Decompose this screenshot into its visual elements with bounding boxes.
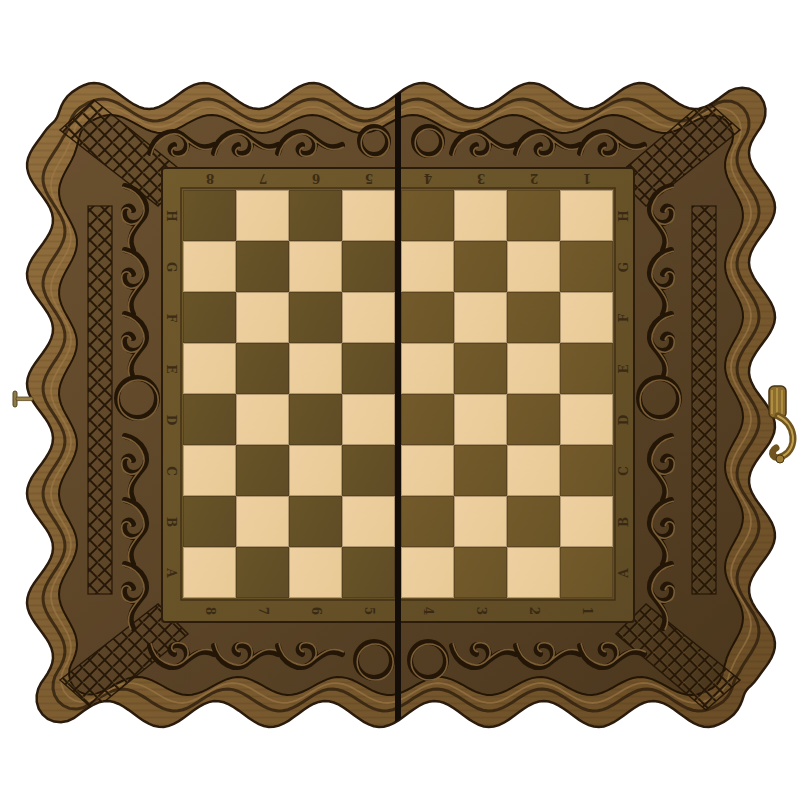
board-square — [454, 496, 507, 547]
rank-label: 7 — [256, 607, 270, 615]
board-square — [183, 394, 236, 445]
board-square — [507, 496, 560, 547]
rank-label: 2 — [529, 171, 537, 185]
file-label: E — [164, 364, 178, 373]
rank-label: 5 — [362, 607, 376, 615]
rank-label: 4 — [421, 607, 435, 615]
file-label: C — [617, 466, 631, 476]
board-square — [342, 190, 395, 241]
file-label: B — [164, 516, 178, 526]
board-square — [236, 394, 289, 445]
file-label: C — [164, 466, 178, 476]
board-square — [183, 292, 236, 343]
board-square — [401, 190, 454, 241]
board-square — [289, 547, 342, 598]
edge-lattice-strip — [692, 206, 716, 594]
file-label: A — [617, 568, 631, 577]
file-label: G — [164, 261, 178, 271]
board-square — [507, 190, 560, 241]
board-square — [289, 241, 342, 292]
board-square — [342, 496, 395, 547]
board-right-half — [401, 190, 613, 598]
board-square — [454, 343, 507, 394]
board-square — [289, 343, 342, 394]
board-square — [560, 445, 613, 496]
edge-lattice-strip — [88, 206, 112, 594]
board-square — [454, 547, 507, 598]
board-square — [236, 292, 289, 343]
board-square — [236, 343, 289, 394]
board-square — [183, 190, 236, 241]
board-square — [507, 445, 560, 496]
rank-label: 6 — [311, 171, 319, 185]
file-label: F — [617, 313, 631, 322]
board-square — [342, 445, 395, 496]
board-square — [289, 445, 342, 496]
rank-label: 3 — [474, 607, 488, 615]
rank-label: 8 — [203, 607, 217, 615]
board-square — [236, 190, 289, 241]
board-square — [454, 241, 507, 292]
board-square — [401, 496, 454, 547]
board-square — [401, 241, 454, 292]
board-square — [401, 445, 454, 496]
board-square — [560, 343, 613, 394]
rank-label: 5 — [364, 171, 372, 185]
board-square — [454, 292, 507, 343]
board-square — [236, 496, 289, 547]
board-square — [183, 241, 236, 292]
board-square — [342, 547, 395, 598]
rank-label: 2 — [527, 607, 541, 615]
board-square — [183, 343, 236, 394]
file-label: D — [164, 414, 178, 424]
board-square — [507, 547, 560, 598]
board-square — [560, 547, 613, 598]
board-square — [236, 445, 289, 496]
board-square — [289, 292, 342, 343]
rank-label: 6 — [309, 607, 323, 615]
rank-label: 1 — [580, 607, 594, 615]
file-label: G — [617, 261, 631, 271]
board-square — [401, 343, 454, 394]
product-photo: 8877665544332211HHGGFFEEDDCCBBAA — [0, 0, 800, 800]
board-square — [236, 241, 289, 292]
board-square — [342, 241, 395, 292]
file-label: D — [617, 414, 631, 424]
board-square — [560, 190, 613, 241]
board-square — [289, 190, 342, 241]
board-square — [236, 547, 289, 598]
file-label: B — [617, 516, 631, 526]
board-square — [560, 292, 613, 343]
file-label: E — [617, 364, 631, 373]
board-square — [401, 547, 454, 598]
board-square — [507, 343, 560, 394]
file-label: H — [164, 210, 178, 221]
board-square — [401, 394, 454, 445]
chess-board — [183, 190, 613, 598]
rank-label: 8 — [205, 171, 213, 185]
board-square — [342, 292, 395, 343]
board-square — [183, 547, 236, 598]
board-square — [289, 394, 342, 445]
board-square — [183, 496, 236, 547]
board-square — [507, 241, 560, 292]
board-square — [454, 394, 507, 445]
file-label: H — [617, 210, 631, 221]
board-square — [183, 445, 236, 496]
board-square — [560, 496, 613, 547]
file-label: F — [164, 313, 178, 322]
board-square — [507, 394, 560, 445]
board-square — [560, 394, 613, 445]
board-square — [342, 394, 395, 445]
board-square — [560, 241, 613, 292]
rank-label: 4 — [423, 171, 431, 185]
board-square — [454, 190, 507, 241]
board-square — [454, 445, 507, 496]
board-square — [401, 292, 454, 343]
board-square — [507, 292, 560, 343]
rank-label: 3 — [476, 171, 484, 185]
board-square — [342, 343, 395, 394]
file-label: A — [164, 568, 178, 577]
board-left-half — [183, 190, 395, 598]
board-square — [289, 496, 342, 547]
rank-label: 7 — [258, 171, 266, 185]
rank-label: 1 — [582, 171, 590, 185]
